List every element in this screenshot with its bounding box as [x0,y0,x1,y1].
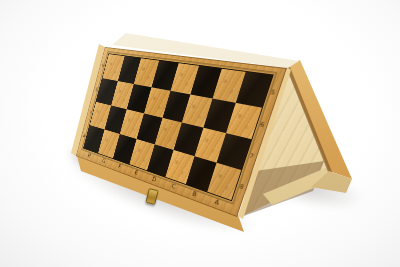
file-label-f: F [118,163,122,169]
brass-latch [145,188,158,205]
rank-label-right-6: 6 [259,121,265,128]
file-label-a: A [214,198,220,206]
file-label-c: C [171,183,176,190]
rank-label-right-7: 7 [249,153,255,160]
rank-label-right-8: 8 [239,183,244,190]
file-label-d: D [152,176,157,183]
file-label-b: B [192,190,198,198]
rank-label-right-5: 5 [270,89,276,96]
file-label-e: E [134,169,138,176]
file-label-h: H [87,152,91,158]
file-label-g: G [102,158,106,164]
product-photo-stage: 5678 5678 HGFEDCBA [0,0,400,267]
